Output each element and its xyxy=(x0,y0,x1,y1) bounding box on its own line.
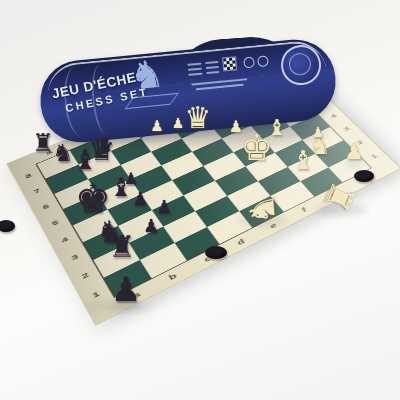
piece-white-pawn-e8: ♟ xyxy=(172,116,185,130)
piece-white-knight-h7: ♞ xyxy=(309,134,331,158)
piece-shadow xyxy=(316,204,368,216)
piece-black-rook-a8: ♜ xyxy=(32,131,54,155)
piece-black-bishop-b5: ♝ xyxy=(109,174,132,200)
piece-black-knight-a7: ♞ xyxy=(52,141,74,165)
piece-black-king-a5: ♚ xyxy=(75,178,111,218)
piece-white-king-f6: ♚ xyxy=(241,130,273,166)
piece-white-bishop-g7: ♝ xyxy=(267,117,287,139)
piece-black-pawn-c7: ♟ xyxy=(99,135,112,149)
piece-white-pawn: ♟ xyxy=(344,141,364,163)
piece-black-pawn-b4: ♟ xyxy=(132,190,148,208)
black-piece-fallen-2 xyxy=(354,170,374,182)
pieces-layer: ♜♞♝♛♟♚♝♟♟♟♞♟♜♟♟♛♟♚♝♝♞♟♟♟♞♜ xyxy=(0,0,400,400)
piece-black-pawn-c4: ♟ xyxy=(156,198,172,216)
piece-black-knight-b3: ♞ xyxy=(97,217,124,247)
piece-black-rook-a2: ♜ xyxy=(109,232,136,262)
piece-shadow xyxy=(344,161,364,167)
product-photo-stage: abcdefgh abcdefgh 87654321 87654321 JEU … xyxy=(0,0,400,400)
piece-black-bishop-a6: ♝ xyxy=(73,146,97,173)
piece-black-pawn-c3: ♟ xyxy=(143,217,159,235)
piece-white-queen-e7: ♛ xyxy=(185,103,212,133)
piece-white-bishop-h6: ♝ xyxy=(291,147,314,173)
piece-black-pawn-c5: ♟ xyxy=(124,171,138,187)
black-piece-edge xyxy=(0,220,15,232)
piece-black-queen-b6: ♛ xyxy=(89,135,116,165)
black-piece-fallen-1 xyxy=(205,246,227,259)
piece-white-pawn-f7: ♟ xyxy=(229,119,243,135)
piece-shadow xyxy=(83,300,153,313)
piece-white-pawn-d7: ♟ xyxy=(150,119,163,134)
piece-shadow xyxy=(238,216,286,226)
piece-white-pawn-h8: ♟ xyxy=(312,125,325,139)
